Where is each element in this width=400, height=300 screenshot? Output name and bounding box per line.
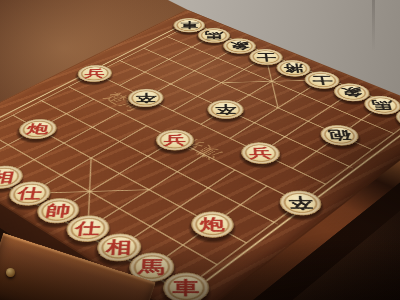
piece-character: 卒 [135,89,157,107]
piece-character: 砲 [326,125,352,145]
piece-character: 將 [282,60,305,77]
piece-character: 象 [339,83,364,101]
piece-character: 炮 [25,119,51,139]
piece-character: 士 [255,49,276,65]
piece-character: 士 [310,72,334,89]
piece-character: 卒 [215,100,237,119]
piece-character: 車 [180,18,199,32]
piece-character: 馬 [204,28,223,43]
piece-character: 馬 [369,96,395,115]
piece-character: 兵 [83,65,105,82]
wall-corner-line [372,0,375,52]
piece-character: 象 [229,38,249,53]
photo-scene: 馬 楚河 漢界 車馬象士將士象馬車砲卒卒卒兵兵兵炮炮相仕帥仕相馬車 [0,0,400,300]
drawer-knob[interactable] [6,268,15,277]
